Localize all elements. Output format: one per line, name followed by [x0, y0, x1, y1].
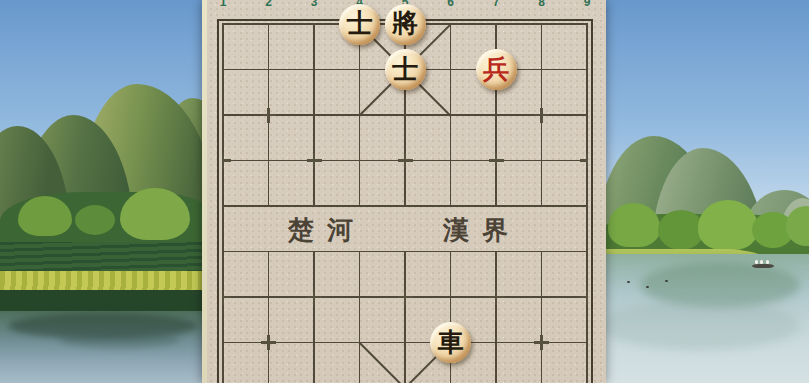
piece-black-advisor-2[interactable]: 士 — [385, 49, 426, 90]
tree — [18, 196, 72, 236]
grid-line — [268, 251, 270, 383]
piece-black-advisor-1[interactable]: 士 — [339, 4, 380, 45]
grid-line — [495, 251, 497, 383]
star-point-arm — [307, 159, 322, 162]
star-point-arm — [307, 296, 322, 299]
piece-red-soldier[interactable]: 兵 — [476, 49, 517, 90]
star-point-arm — [580, 159, 588, 162]
piece-black-general[interactable]: 將 — [385, 4, 426, 45]
tree — [608, 203, 660, 247]
star-point-arm — [489, 159, 504, 162]
boat — [752, 264, 774, 268]
file-label: 3 — [311, 0, 318, 9]
star-point-arm — [398, 159, 413, 162]
star-point-arm — [534, 341, 549, 344]
panel-edge-highlight — [202, 0, 207, 383]
grid-line — [313, 251, 315, 383]
star-point-arm — [261, 114, 276, 117]
grid-line — [450, 251, 452, 383]
water-reflection — [600, 300, 800, 350]
river-text-left: 楚河 — [288, 213, 366, 248]
river-text-right: 漢界 — [443, 213, 521, 248]
star-point-arm — [580, 296, 588, 299]
xiangqi-board-panel: 123456789 楚河 漢界 士將士兵車 — [202, 0, 606, 383]
grid-line — [313, 23, 315, 207]
file-label: 8 — [538, 0, 545, 9]
boat-passenger — [760, 260, 763, 264]
file-label: 7 — [493, 0, 500, 9]
file-label: 1 — [220, 0, 227, 9]
file-label: 9 — [584, 0, 591, 9]
field-rows — [0, 242, 212, 274]
star-point-arm — [489, 296, 504, 299]
tree — [698, 200, 758, 250]
star-point-arm — [223, 296, 231, 299]
boat-passenger — [766, 260, 769, 264]
boat-passenger — [755, 260, 758, 264]
grid-line — [586, 23, 588, 383]
piece-black-chariot[interactable]: 車 — [430, 322, 471, 363]
file-label: 2 — [265, 0, 272, 9]
board-grid[interactable]: 楚河 漢界 士將士兵車 — [223, 24, 587, 383]
star-point-arm — [261, 341, 276, 344]
water-reflection — [60, 332, 180, 348]
grid-line — [359, 251, 361, 383]
file-label: 6 — [447, 0, 454, 9]
star-point-arm — [398, 296, 413, 299]
grid-line — [541, 251, 543, 383]
grid-line — [222, 23, 224, 383]
tree — [75, 205, 115, 235]
star-point-arm — [223, 159, 231, 162]
bird — [627, 281, 630, 283]
xiangqi-game-screenshot: 123456789 楚河 漢界 士將士兵車 — [0, 0, 809, 383]
bird — [665, 280, 668, 282]
star-point-arm — [534, 114, 549, 117]
bird — [646, 286, 649, 288]
grid-line — [404, 251, 406, 383]
